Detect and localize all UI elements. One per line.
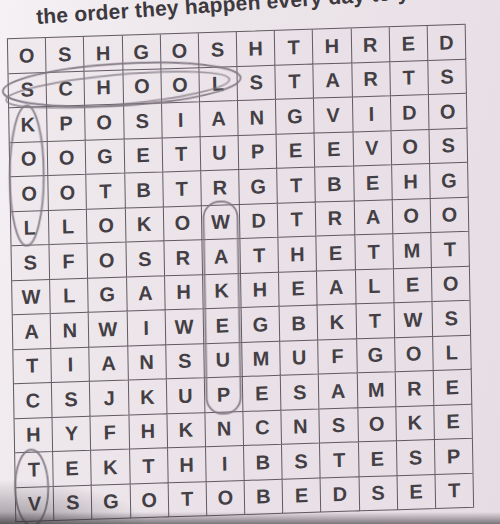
grid-cell[interactable]: F [319,339,358,375]
grid-cell[interactable]: V [314,97,353,133]
grid-cell[interactable]: S [428,59,467,95]
grid-cell[interactable]: T [13,348,52,384]
grid-cell[interactable]: R [164,240,203,276]
grid-cell[interactable]: I [206,446,245,482]
grid-cell[interactable]: T [320,442,359,478]
grid-cell[interactable]: A [314,63,353,99]
grid-cell[interactable]: O [431,197,470,233]
grid-cell[interactable]: R [201,170,240,206]
grid-cell[interactable]: G [430,163,469,199]
grid-cell[interactable]: R [352,62,391,98]
grid-cell[interactable]: I [127,310,166,346]
grid-cell[interactable]: V [16,486,55,522]
grid-cell[interactable]: E [277,133,316,169]
grid-cell[interactable]: T [356,303,395,339]
grid-cell[interactable]: H [84,36,123,72]
grid-cell[interactable]: O [85,105,124,141]
grid-cell[interactable]: G [242,307,281,343]
grid-cell[interactable]: S [320,408,359,444]
grid-cell[interactable]: E [389,26,428,62]
grid-cell[interactable]: K [125,207,164,243]
grid-cell[interactable]: S [166,344,205,380]
grid-cell[interactable]: O [206,480,245,516]
grid-cell[interactable]: E [354,165,393,201]
grid-cell[interactable]: O [392,198,431,234]
grid-cell[interactable]: G [239,169,278,205]
grid-cell[interactable]: H [15,417,54,453]
grid-cell[interactable]: L [433,335,472,371]
grid-cell[interactable]: E [397,474,436,510]
grid-cell[interactable]: A [202,239,241,275]
grid-cell[interactable]: D [240,203,279,239]
grid-cell[interactable]: U [167,378,206,414]
grid-cell[interactable]: T [240,238,279,274]
grid-cell[interactable]: U [200,135,239,171]
grid-cell[interactable]: A [200,101,239,137]
grid-cell[interactable]: T [276,64,315,100]
grid-cell[interactable]: L [49,209,88,245]
grid-cell[interactable]: T [275,30,314,66]
grid-cell[interactable]: O [429,94,468,130]
grid-cell[interactable]: H [129,414,168,450]
grid-cell[interactable]: H [313,28,352,64]
grid-cell[interactable]: D [428,25,467,61]
grid-cell[interactable]: S [199,32,238,68]
grid-cell[interactable]: E [283,478,322,514]
grid-cell[interactable]: K [128,379,167,415]
grid-cell[interactable]: K [9,107,48,143]
grid-cell[interactable]: O [391,129,430,165]
grid-cell[interactable]: T [390,61,429,97]
grid-cell[interactable]: W [394,302,433,338]
grid-cell[interactable]: D [321,477,360,513]
grid-cell[interactable]: K [203,273,242,309]
grid-cell[interactable]: G [357,338,396,374]
grid-cell[interactable]: K [396,405,435,441]
grid-cell[interactable]: S [282,444,321,480]
grid-cell[interactable]: F [50,244,89,280]
grid-cell[interactable]: P [205,377,244,413]
grid-cell[interactable]: S [432,301,471,337]
grid-cell[interactable]: H [165,275,204,311]
grid-cell[interactable]: E [53,451,92,487]
grid-cell[interactable]: E [203,308,242,344]
grid-cell[interactable]: B [245,479,284,515]
grid-cell[interactable]: H [85,70,124,106]
grid-cell[interactable]: T [435,473,474,509]
grid-cell[interactable]: S [46,37,85,73]
grid-cell[interactable]: O [163,206,202,242]
grid-cell[interactable]: B [125,172,164,208]
grid-cell[interactable]: I [51,347,90,383]
grid-cell[interactable]: S [52,382,91,418]
grid-cell[interactable]: E [434,370,473,406]
grid-cell[interactable]: T [15,452,54,488]
grid-cell[interactable]: T [163,171,202,207]
grid-cell[interactable]: N [238,100,277,136]
grid-cell[interactable]: F [91,415,130,451]
grid-cell[interactable]: O [10,141,49,177]
grid-cell[interactable]: V [353,131,392,167]
grid-cell[interactable]: R [351,27,390,63]
grid-cell[interactable]: N [51,313,90,349]
grid-cell[interactable]: S [359,476,398,512]
grid-cell[interactable]: L [355,269,394,305]
grid-cell[interactable]: E [394,267,433,303]
grid-cell[interactable]: G [92,484,131,520]
grid-cell[interactable]: O [48,140,87,176]
letter-grid: OSHGOSHTHREDSCHOOLSTARTSKPOSIANGVIDOOOGE… [7,24,474,522]
grid-cell[interactable]: P [239,134,278,170]
grid-cell[interactable]: A [90,346,129,382]
grid-cell[interactable]: S [429,128,468,164]
grid-cell[interactable]: G [88,277,127,313]
grid-cell[interactable]: K [318,304,357,340]
grid-cell[interactable]: E [243,376,282,412]
grid-cell[interactable]: O [48,175,87,211]
grid-cell[interactable]: H [168,447,207,483]
grid-cell[interactable]: A [354,200,393,236]
grid-cell[interactable]: G [276,99,315,135]
grid-cell[interactable]: A [319,373,358,409]
grid-cell[interactable]: R [316,201,355,237]
grid-cell[interactable]: N [205,411,244,447]
grid-cell[interactable]: D [391,95,430,131]
grid-cell[interactable]: T [355,234,394,270]
grid-cell[interactable]: W [89,312,128,348]
grid-cell[interactable]: S [124,103,163,139]
grid-cell[interactable]: H [279,237,318,273]
grid-cell[interactable]: J [90,381,129,417]
grid-cell[interactable]: T [130,448,169,484]
grid-cell[interactable]: M [357,372,396,408]
word-search-board: OSHGOSHTHREDSCHOOLSTARTSKPOSIANGVIDOOOGE… [7,24,474,522]
grid-cell[interactable]: T [277,168,316,204]
grid-cell[interactable]: W [202,204,241,240]
grid-cell[interactable]: O [10,176,49,212]
grid-cell[interactable]: O [395,336,434,372]
grid-cell[interactable]: I [162,102,201,138]
grid-cell[interactable]: O [123,69,162,105]
grid-cell[interactable]: E [124,138,163,174]
grid-cell[interactable]: B [244,445,283,481]
grid-cell[interactable]: O [160,33,199,69]
grid-cell[interactable]: T [168,482,207,518]
grid-cell[interactable]: L [50,278,89,314]
grid-cell[interactable]: N [128,345,167,381]
grid-cell[interactable]: A [13,314,52,350]
grid-cell[interactable]: S [12,245,51,281]
grid-cell[interactable]: O [87,208,126,244]
grid-cell[interactable]: R [395,371,434,407]
grid-cell[interactable]: O [358,407,397,443]
grid-cell[interactable]: S [281,375,320,411]
grid-cell[interactable]: S [397,440,436,476]
grid-cell[interactable]: W [165,309,204,345]
grid-cell[interactable]: H [392,164,431,200]
grid-cell[interactable]: G [122,34,161,70]
grid-cell[interactable]: Y [53,416,92,452]
grid-cell[interactable]: P [47,106,86,142]
grid-cell[interactable]: A [127,276,166,312]
grid-cell[interactable]: T [431,232,470,268]
grid-cell[interactable]: S [9,72,48,108]
grid-cell[interactable]: E [315,132,354,168]
instruction-text: the order they happen every day to y [35,0,409,29]
grid-cell[interactable]: B [315,166,354,202]
grid-cell[interactable]: C [14,383,53,419]
grid-cell[interactable]: S [237,65,276,101]
grid-cell[interactable]: O [432,266,471,302]
grid-cell[interactable]: E [434,404,473,440]
grid-cell[interactable]: G [86,139,125,175]
grid-cell[interactable]: H [241,272,280,308]
grid-cell[interactable]: T [87,174,126,210]
grid-cell[interactable]: T [278,202,317,238]
grid-cell[interactable]: K [91,450,130,486]
grid-cell[interactable]: M [242,341,281,377]
grid-cell[interactable]: H [237,31,276,67]
grid-cell[interactable]: A [317,270,356,306]
grid-cell[interactable]: P [435,439,474,475]
grid-cell[interactable]: W [12,279,51,315]
grid-cell[interactable]: C [47,71,86,107]
grid-cell[interactable]: O [130,483,169,519]
grid-cell[interactable]: K [167,413,206,449]
grid-cell[interactable]: L [11,210,50,246]
grid-cell[interactable]: S [126,241,165,277]
grid-cell[interactable]: L [199,66,238,102]
grid-cell[interactable]: B [280,306,319,342]
grid-cell[interactable]: U [280,340,319,376]
grid-cell[interactable]: O [88,243,127,279]
grid-cell[interactable]: E [279,271,318,307]
grid-cell[interactable]: M [393,233,432,269]
grid-cell[interactable]: T [162,137,201,173]
grid-cell[interactable]: E [317,235,356,271]
grid-cell[interactable]: U [204,342,243,378]
grid-cell[interactable]: O [161,68,200,104]
grid-cell[interactable]: E [358,441,397,477]
grid-cell[interactable]: N [282,409,321,445]
grid-cell[interactable]: I [352,96,391,132]
grid-cell[interactable]: S [54,485,93,521]
grid-cell[interactable]: C [243,410,282,446]
grid-cell[interactable]: O [8,38,47,74]
